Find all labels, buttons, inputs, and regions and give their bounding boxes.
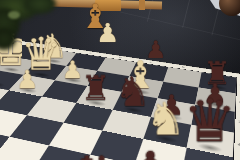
file-label-b: b <box>182 66 185 68</box>
piece-black-king-c7[interactable]: ♚ <box>53 151 120 160</box>
bowl-icon <box>219 0 240 16</box>
captured-black-pawn: ♟ <box>145 38 167 62</box>
piece-white-pawn-f3[interactable]: ♟ <box>16 68 38 90</box>
table-seam <box>120 11 240 41</box>
piece-white-knight-b4[interactable]: ♞ <box>146 100 186 140</box>
piece-black-bishop-b6[interactable]: ♝ <box>127 148 175 160</box>
captured-white-pawn: ♟ <box>96 20 119 46</box>
piece-black-queen-a4[interactable]: ♛ <box>183 95 236 148</box>
piece-white-pawn-g3[interactable]: ♟ <box>0 63 6 85</box>
file-label-a: a <box>215 71 218 73</box>
chess-board: ♞♜♚♛♟♝♟♟♟♜♞♟♞♛♟♝♚ hgfedcba12345678 <box>0 37 240 160</box>
rank-label-4: 4 <box>238 143 240 147</box>
foliage <box>8 11 20 19</box>
file-label-d: d <box>119 57 122 59</box>
wooden-rail-tick <box>139 0 145 10</box>
chess-photo-scene: ♞♜♚♛♟♝♟♟♟♜♞♟♞♛♟♝♚ hgfedcba12345678 ♝♟♟ <box>0 0 240 160</box>
piece-black-rook-d3[interactable]: ♜ <box>81 73 111 103</box>
file-label-e: e <box>89 52 92 54</box>
rank-label-3: 3 <box>238 120 240 123</box>
rank-label-2: 2 <box>239 101 240 104</box>
table-seam <box>182 0 191 28</box>
